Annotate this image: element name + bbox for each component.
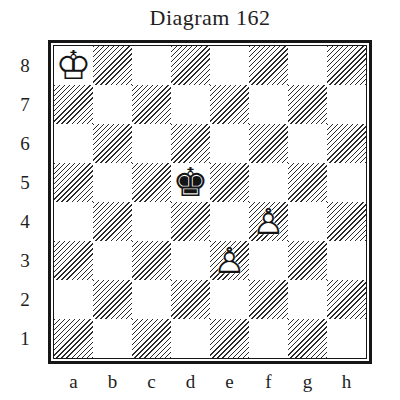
rank-label-1: 1 bbox=[13, 319, 37, 358]
rank-labels: 87654321 bbox=[13, 46, 37, 358]
file-labels: abcdefgh bbox=[54, 369, 366, 395]
square-f3 bbox=[249, 241, 288, 280]
square-c8 bbox=[132, 46, 171, 85]
square-c1 bbox=[132, 319, 171, 358]
piece-glyph: ♚ bbox=[171, 163, 210, 202]
square-a2 bbox=[54, 280, 93, 319]
rank-label-4: 4 bbox=[13, 202, 37, 241]
square-b6 bbox=[93, 124, 132, 163]
square-a5 bbox=[54, 163, 93, 202]
square-d7 bbox=[171, 85, 210, 124]
rank-label-5: 5 bbox=[13, 163, 37, 202]
square-d4 bbox=[171, 202, 210, 241]
square-f2 bbox=[249, 280, 288, 319]
square-e3: ♟♙ bbox=[210, 241, 249, 280]
chess-board-inner-border: ♚♔♚♚♟♙♟♙ bbox=[53, 45, 367, 359]
square-g5 bbox=[288, 163, 327, 202]
piece-black-king-d5: ♚♚ bbox=[171, 163, 210, 202]
square-d1 bbox=[171, 319, 210, 358]
file-label-g: g bbox=[288, 369, 327, 395]
piece-glyph: ♙ bbox=[249, 202, 288, 241]
square-d8 bbox=[171, 46, 210, 85]
file-label-d: d bbox=[171, 369, 210, 395]
square-b7 bbox=[93, 85, 132, 124]
square-d5: ♚♚ bbox=[171, 163, 210, 202]
square-c5 bbox=[132, 163, 171, 202]
square-b3 bbox=[93, 241, 132, 280]
square-e1 bbox=[210, 319, 249, 358]
rank-label-2: 2 bbox=[13, 280, 37, 319]
rank-label-8: 8 bbox=[13, 46, 37, 85]
square-h5 bbox=[327, 163, 366, 202]
square-c7 bbox=[132, 85, 171, 124]
square-e7 bbox=[210, 85, 249, 124]
piece-white-king-a8: ♚♔ bbox=[54, 46, 93, 85]
square-c3 bbox=[132, 241, 171, 280]
square-g8 bbox=[288, 46, 327, 85]
file-label-c: c bbox=[132, 369, 171, 395]
square-f4: ♟♙ bbox=[249, 202, 288, 241]
file-label-b: b bbox=[93, 369, 132, 395]
square-e5 bbox=[210, 163, 249, 202]
chess-board-frame: ♚♔♚♚♟♙♟♙ bbox=[48, 40, 372, 364]
chess-board: ♚♔♚♚♟♙♟♙ bbox=[54, 46, 366, 358]
square-b1 bbox=[93, 319, 132, 358]
square-f7 bbox=[249, 85, 288, 124]
rank-label-3: 3 bbox=[13, 241, 37, 280]
chess-diagram-page: Diagram 162 87654321 ♚♔♚♚♟♙♟♙ abcdefgh bbox=[0, 0, 400, 400]
file-label-h: h bbox=[327, 369, 366, 395]
square-d6 bbox=[171, 124, 210, 163]
square-e2 bbox=[210, 280, 249, 319]
file-label-e: e bbox=[210, 369, 249, 395]
file-label-a: a bbox=[54, 369, 93, 395]
square-g1 bbox=[288, 319, 327, 358]
square-h3 bbox=[327, 241, 366, 280]
square-b2 bbox=[93, 280, 132, 319]
square-f6 bbox=[249, 124, 288, 163]
square-d2 bbox=[171, 280, 210, 319]
square-a3 bbox=[54, 241, 93, 280]
piece-glyph: ♔ bbox=[54, 46, 93, 85]
square-f8 bbox=[249, 46, 288, 85]
square-h7 bbox=[327, 85, 366, 124]
rank-label-7: 7 bbox=[13, 85, 37, 124]
square-g6 bbox=[288, 124, 327, 163]
square-f5 bbox=[249, 163, 288, 202]
square-a8: ♚♔ bbox=[54, 46, 93, 85]
square-b5 bbox=[93, 163, 132, 202]
square-g7 bbox=[288, 85, 327, 124]
rank-label-6: 6 bbox=[13, 124, 37, 163]
square-a1 bbox=[54, 319, 93, 358]
piece-glyph: ♙ bbox=[210, 241, 249, 280]
square-b8 bbox=[93, 46, 132, 85]
square-c6 bbox=[132, 124, 171, 163]
square-c4 bbox=[132, 202, 171, 241]
square-g3 bbox=[288, 241, 327, 280]
square-e6 bbox=[210, 124, 249, 163]
square-h8 bbox=[327, 46, 366, 85]
square-e8 bbox=[210, 46, 249, 85]
square-a7 bbox=[54, 85, 93, 124]
square-g4 bbox=[288, 202, 327, 241]
square-e4 bbox=[210, 202, 249, 241]
piece-white-pawn-e3: ♟♙ bbox=[210, 241, 249, 280]
square-h4 bbox=[327, 202, 366, 241]
square-d3 bbox=[171, 241, 210, 280]
file-label-f: f bbox=[249, 369, 288, 395]
square-c2 bbox=[132, 280, 171, 319]
square-b4 bbox=[93, 202, 132, 241]
square-h1 bbox=[327, 319, 366, 358]
piece-white-pawn-f4: ♟♙ bbox=[249, 202, 288, 241]
square-f1 bbox=[249, 319, 288, 358]
square-g2 bbox=[288, 280, 327, 319]
square-a4 bbox=[54, 202, 93, 241]
square-h6 bbox=[327, 124, 366, 163]
square-h2 bbox=[327, 280, 366, 319]
square-a6 bbox=[54, 124, 93, 163]
diagram-title: Diagram 162 bbox=[48, 5, 372, 31]
